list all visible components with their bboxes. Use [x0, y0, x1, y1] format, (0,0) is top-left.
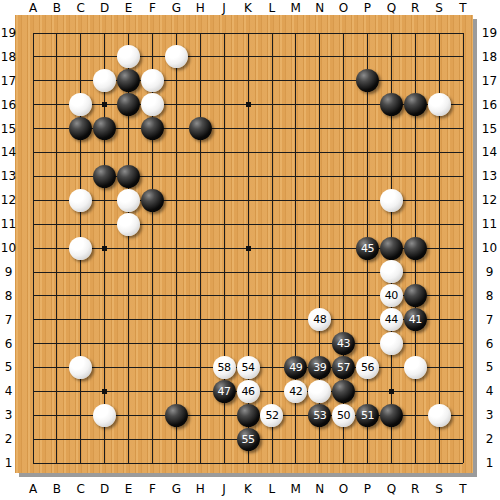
white-stone-q12[interactable] [380, 189, 403, 212]
black-stone-q3[interactable] [380, 404, 403, 427]
col-label-top-o: O [332, 0, 356, 16]
col-label-top-b: B [45, 0, 69, 16]
row-label-left-5: 5 [0, 356, 17, 380]
row-labels-left: 19181716151413121110987654321 [0, 21, 17, 475]
row-label-left-15: 15 [0, 117, 17, 141]
row-label-right-10: 10 [480, 236, 499, 260]
col-label-bottom-j: J [212, 480, 236, 498]
col-label-bottom-e: E [117, 480, 141, 498]
col-label-bottom-g: G [164, 480, 188, 498]
row-label-left-7: 7 [0, 308, 17, 332]
row-label-right-1: 1 [480, 451, 499, 475]
col-label-bottom-m: M [284, 480, 308, 498]
row-label-left-6: 6 [0, 332, 17, 356]
col-label-bottom-k: K [236, 480, 260, 498]
row-label-left-1: 1 [0, 451, 17, 475]
black-stone-e13[interactable] [117, 165, 140, 188]
black-stone-e17[interactable] [117, 69, 140, 92]
col-label-bottom-q: Q [379, 480, 403, 498]
col-label-top-j: J [212, 0, 236, 16]
black-stone-c15[interactable] [69, 117, 92, 140]
black-stone-e16[interactable] [117, 93, 140, 116]
col-label-top-f: F [141, 0, 165, 16]
white-stone-l3[interactable]: 52 [260, 404, 283, 427]
row-label-right-16: 16 [480, 93, 499, 117]
black-stone-f12[interactable] [141, 189, 164, 212]
col-label-bottom-t: T [451, 480, 475, 498]
black-stone-q16[interactable] [380, 93, 403, 116]
black-stone-q10[interactable] [380, 237, 403, 260]
col-label-bottom-o: O [332, 480, 356, 498]
move-number-label: 42 [289, 386, 302, 397]
row-label-right-5: 5 [480, 356, 499, 380]
col-label-top-l: L [260, 0, 284, 16]
move-number-label: 57 [337, 362, 350, 373]
row-label-right-15: 15 [480, 117, 499, 141]
move-number-label: 49 [289, 362, 302, 373]
col-label-bottom-l: L [260, 480, 284, 498]
black-stone-f15[interactable] [141, 117, 164, 140]
row-label-right-2: 2 [480, 427, 499, 451]
row-label-left-8: 8 [0, 284, 17, 308]
row-label-right-6: 6 [480, 332, 499, 356]
move-number-label: 48 [313, 314, 326, 325]
move-number-label: 58 [218, 362, 231, 373]
black-stone-r16[interactable] [404, 93, 427, 116]
row-label-left-9: 9 [0, 260, 17, 284]
white-stone-p5[interactable]: 56 [356, 356, 379, 379]
row-label-right-9: 9 [480, 260, 499, 284]
white-stone-g18[interactable] [165, 45, 188, 68]
col-label-bottom-r: R [403, 480, 427, 498]
black-stone-m5[interactable]: 49 [284, 356, 307, 379]
col-label-bottom-h: H [188, 480, 212, 498]
move-number-label: 40 [385, 290, 398, 301]
white-stone-o3[interactable]: 50 [332, 404, 355, 427]
row-label-left-13: 13 [0, 164, 17, 188]
black-stone-r8[interactable] [404, 284, 427, 307]
white-stone-n7[interactable]: 48 [308, 308, 331, 331]
col-label-top-e: E [117, 0, 141, 16]
black-stone-d13[interactable] [93, 165, 116, 188]
col-label-bottom-c: C [69, 480, 93, 498]
move-number-label: 55 [242, 434, 255, 445]
col-label-top-s: S [427, 0, 451, 16]
col-label-bottom-d: D [93, 480, 117, 498]
row-labels-right: 19181716151413121110987654321 [480, 21, 499, 475]
col-label-bottom-n: N [308, 480, 332, 498]
row-label-left-16: 16 [0, 93, 17, 117]
white-stone-j5[interactable]: 58 [213, 356, 236, 379]
white-stone-c5[interactable] [69, 356, 92, 379]
col-label-bottom-a: A [21, 480, 45, 498]
row-label-left-14: 14 [0, 141, 17, 165]
white-stone-r5[interactable] [404, 356, 427, 379]
col-label-top-n: N [308, 0, 332, 16]
go-diagram-page: 4540484441435854493957564746425253505155… [0, 0, 500, 500]
white-stone-c10[interactable] [69, 237, 92, 260]
stones-layer: 4540484441435854493957564746425253505155 [21, 21, 475, 475]
row-label-right-8: 8 [480, 284, 499, 308]
white-stone-c16[interactable] [69, 93, 92, 116]
move-number-label: 56 [361, 362, 374, 373]
row-label-right-3: 3 [480, 403, 499, 427]
white-stone-e12[interactable] [117, 189, 140, 212]
black-stone-o5[interactable]: 57 [332, 356, 355, 379]
move-number-label: 45 [361, 243, 374, 254]
move-number-label: 52 [265, 410, 278, 421]
white-stone-d3[interactable] [93, 404, 116, 427]
white-stone-d17[interactable] [93, 69, 116, 92]
black-stone-r10[interactable] [404, 237, 427, 260]
row-label-left-3: 3 [0, 403, 17, 427]
row-label-left-18: 18 [0, 45, 17, 69]
col-label-bottom-f: F [141, 480, 165, 498]
white-stone-q6[interactable] [380, 332, 403, 355]
move-number-label: 51 [361, 410, 374, 421]
move-number-label: 39 [313, 362, 326, 373]
col-label-top-q: Q [379, 0, 403, 16]
move-number-label: 44 [385, 314, 398, 325]
col-label-top-d: D [93, 0, 117, 16]
move-number-label: 46 [242, 386, 255, 397]
row-label-left-10: 10 [0, 236, 17, 260]
col-label-bottom-p: P [356, 480, 380, 498]
black-stone-j4[interactable]: 47 [213, 380, 236, 403]
move-number-label: 41 [409, 314, 422, 325]
row-label-right-11: 11 [480, 212, 499, 236]
white-stone-s3[interactable] [428, 404, 451, 427]
col-label-top-g: G [164, 0, 188, 16]
black-stone-r7[interactable]: 41 [404, 308, 427, 331]
move-number-label: 43 [337, 338, 350, 349]
black-stone-k2[interactable]: 55 [237, 428, 260, 451]
white-stone-e18[interactable] [117, 45, 140, 68]
col-label-bottom-s: S [427, 480, 451, 498]
move-number-label: 47 [218, 386, 231, 397]
white-stone-q7[interactable]: 44 [380, 308, 403, 331]
row-label-right-13: 13 [480, 164, 499, 188]
black-stone-o4[interactable] [332, 380, 355, 403]
black-stone-k3[interactable] [237, 404, 260, 427]
col-label-top-h: H [188, 0, 212, 16]
go-board[interactable]: 4540484441435854493957564746425253505155 [15, 15, 473, 473]
black-stone-p10[interactable]: 45 [356, 237, 379, 260]
black-stone-p3[interactable]: 51 [356, 404, 379, 427]
row-label-right-14: 14 [480, 141, 499, 165]
col-label-top-k: K [236, 0, 260, 16]
move-number-label: 53 [313, 410, 326, 421]
black-stone-n3[interactable]: 53 [308, 404, 331, 427]
col-label-top-c: C [69, 0, 93, 16]
row-label-left-11: 11 [0, 212, 17, 236]
black-stone-h15[interactable] [189, 117, 212, 140]
row-label-right-17: 17 [480, 69, 499, 93]
column-labels-bottom: ABCDEFGHJKLMNOPQRST [21, 480, 475, 498]
white-stone-q8[interactable]: 40 [380, 284, 403, 307]
col-label-top-m: M [284, 0, 308, 16]
col-label-top-r: R [403, 0, 427, 16]
move-number-label: 50 [337, 410, 350, 421]
white-stone-k5[interactable]: 54 [237, 356, 260, 379]
row-label-right-7: 7 [480, 308, 499, 332]
black-stone-g3[interactable] [165, 404, 188, 427]
col-label-top-a: A [21, 0, 45, 16]
white-stone-n4[interactable] [308, 380, 331, 403]
row-label-right-12: 12 [480, 188, 499, 212]
white-stone-f16[interactable] [141, 93, 164, 116]
row-label-left-4: 4 [0, 379, 17, 403]
white-stone-c12[interactable] [69, 189, 92, 212]
col-label-top-t: T [451, 0, 475, 16]
row-label-left-19: 19 [0, 21, 17, 45]
white-stone-m4[interactable]: 42 [284, 380, 307, 403]
row-label-right-4: 4 [480, 379, 499, 403]
black-stone-o6[interactable]: 43 [332, 332, 355, 355]
white-stone-k4[interactable]: 46 [237, 380, 260, 403]
column-labels-top: ABCDEFGHJKLMNOPQRST [21, 0, 475, 16]
white-stone-e11[interactable] [117, 213, 140, 236]
col-label-top-p: P [356, 0, 380, 16]
row-label-left-2: 2 [0, 427, 17, 451]
white-stone-f17[interactable] [141, 69, 164, 92]
white-stone-q9[interactable] [380, 260, 403, 283]
move-number-label: 54 [242, 362, 255, 373]
black-stone-n5[interactable]: 39 [308, 356, 331, 379]
row-label-left-17: 17 [0, 69, 17, 93]
row-label-right-18: 18 [480, 45, 499, 69]
white-stone-s16[interactable] [428, 93, 451, 116]
black-stone-d15[interactable] [93, 117, 116, 140]
row-label-left-12: 12 [0, 188, 17, 212]
black-stone-p17[interactable] [356, 69, 379, 92]
col-label-bottom-b: B [45, 480, 69, 498]
row-label-right-19: 19 [480, 21, 499, 45]
